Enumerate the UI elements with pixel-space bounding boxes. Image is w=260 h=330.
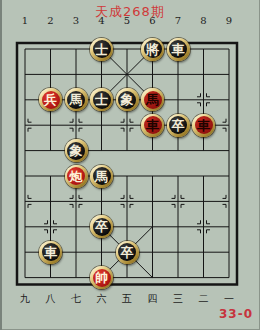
file-label-bottom: 九 — [18, 292, 32, 306]
piece-glyph: 士 — [93, 40, 111, 58]
piece-glyph: 象 — [118, 91, 136, 109]
file-label-bottom: 八 — [44, 292, 58, 306]
piece-glyph: 車 — [195, 116, 213, 134]
piece-red[interactable]: 車 — [192, 114, 215, 137]
piece-glyph: 將 — [144, 40, 162, 58]
file-label-bottom: 七 — [69, 292, 83, 306]
piece-black[interactable]: 卒 — [167, 114, 190, 137]
piece-black[interactable]: 卒 — [116, 241, 139, 264]
file-label-bottom: 四 — [146, 292, 160, 306]
piece-glyph: 士 — [93, 91, 111, 109]
piece-black[interactable]: 車 — [167, 38, 190, 61]
piece-glyph: 卒 — [93, 218, 111, 236]
piece-glyph: 卒 — [118, 243, 136, 261]
piece-glyph: 帥 — [93, 269, 111, 287]
piece-glyph: 車 — [144, 116, 162, 134]
piece-black[interactable]: 車 — [39, 241, 62, 264]
piece-glyph: 兵 — [42, 91, 60, 109]
piece-glyph: 馬 — [67, 91, 85, 109]
piece-glyph: 象 — [67, 142, 85, 160]
piece-black[interactable]: 象 — [116, 88, 139, 111]
piece-black[interactable]: 馬 — [65, 88, 88, 111]
piece-black[interactable]: 馬 — [90, 165, 113, 188]
file-label-bottom: 一 — [222, 292, 236, 306]
piece-glyph: 炮 — [67, 167, 85, 185]
score-text: 33-0 — [219, 307, 253, 321]
xiangqi-app-window: 天成268期 123456789 士將車兵馬士象馬車卒車象炮馬卒車卒帥 九八七六… — [0, 0, 260, 330]
piece-black[interactable]: 士 — [90, 38, 113, 61]
piece-glyph: 車 — [42, 243, 60, 261]
file-label-bottom: 三 — [171, 292, 185, 306]
piece-glyph: 車 — [169, 40, 187, 58]
file-label-bottom: 五 — [120, 292, 134, 306]
file-label-bottom: 二 — [197, 292, 211, 306]
piece-glyph: 馬 — [144, 91, 162, 109]
piece-red[interactable]: 炮 — [65, 165, 88, 188]
piece-black[interactable]: 象 — [65, 139, 88, 162]
piece-red[interactable]: 車 — [141, 114, 164, 137]
piece-glyph: 卒 — [169, 116, 187, 134]
xiangqi-board-grid[interactable] — [0, 0, 260, 330]
piece-glyph: 馬 — [93, 167, 111, 185]
piece-red[interactable]: 帥 — [90, 266, 113, 289]
file-label-bottom: 六 — [95, 292, 109, 306]
piece-black[interactable]: 將 — [141, 38, 164, 61]
